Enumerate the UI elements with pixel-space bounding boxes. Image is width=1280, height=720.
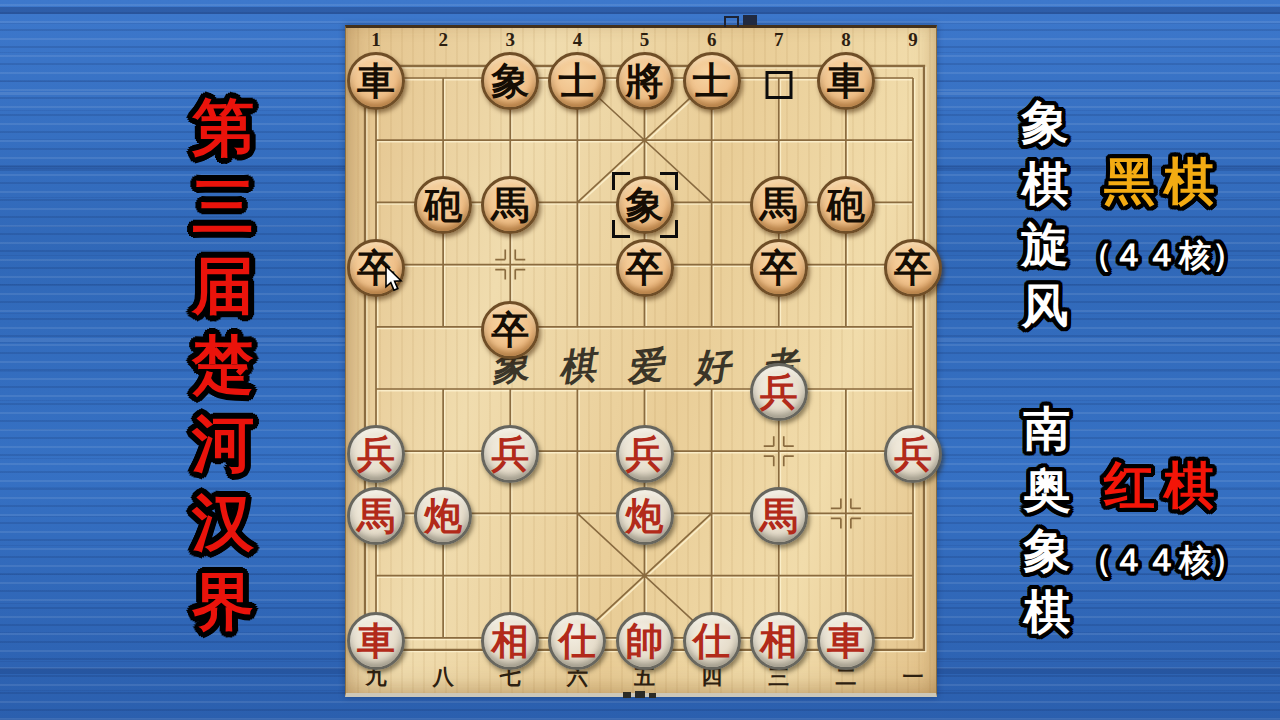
piece-red-elephant[interactable]: 相: [750, 612, 808, 670]
water-streak: [0, 7, 1280, 14]
file-label-top-2: 2: [438, 29, 448, 51]
file-label-top-8: 8: [841, 29, 851, 51]
vertical-text-char: 奥: [1024, 459, 1071, 520]
file-label-top-6: 6: [707, 29, 717, 51]
red-cores-label: （４４核）: [1080, 539, 1245, 583]
vertical-text-char: 象: [1024, 520, 1071, 581]
vertical-text-char: 风: [1022, 275, 1069, 336]
file-label-top-5: 5: [640, 29, 650, 51]
xiangqi-board: 象棋爱好者 123456789 九八七六五四三二一 車象士將士車砲馬象馬砲卒卒卒…: [345, 25, 937, 697]
piece-black-soldier[interactable]: 卒: [616, 239, 674, 297]
piece-black-general[interactable]: 將: [616, 52, 674, 110]
piece-glyph: 馬: [491, 186, 529, 224]
piece-glyph: 卒: [491, 311, 529, 349]
black-engine-name: 象棋旋风: [1016, 92, 1074, 336]
piece-glyph: 砲: [424, 186, 462, 224]
piece-glyph: 相: [491, 622, 529, 660]
piece-glyph: 象: [626, 186, 664, 224]
clipped-window-fragment: [649, 693, 656, 698]
piece-black-advisor[interactable]: 士: [548, 52, 606, 110]
river-watermark-char: 爱: [624, 340, 665, 393]
piece-glyph: 卒: [626, 249, 664, 287]
piece-glyph: 車: [357, 622, 395, 660]
piece-glyph: 仕: [693, 622, 731, 660]
piece-glyph: 卒: [760, 249, 798, 287]
piece-glyph: 士: [558, 62, 596, 100]
black-cores-label: （４４核）: [1080, 234, 1245, 278]
piece-glyph: 士: [693, 62, 731, 100]
vertical-text-char: 届: [192, 246, 254, 325]
file-label-bottom-9: 一: [903, 663, 924, 691]
vertical-text-char: 河: [192, 404, 254, 483]
piece-glyph: 兵: [626, 435, 664, 473]
file-label-bottom-2: 八: [433, 663, 454, 691]
move-origin-marker: [765, 71, 792, 99]
piece-red-horse[interactable]: 馬: [347, 487, 405, 545]
file-label-top-3: 3: [506, 29, 516, 51]
piece-glyph: 馬: [760, 186, 798, 224]
piece-glyph: 仕: [558, 622, 596, 660]
piece-red-soldier[interactable]: 兵: [750, 363, 808, 421]
vertical-text-char: 旋: [1022, 214, 1069, 275]
vertical-text-char: 象: [1022, 92, 1069, 153]
piece-glyph: 兵: [894, 435, 932, 473]
piece-glyph: 象: [491, 62, 529, 100]
vertical-text-char: 第: [192, 88, 254, 167]
vertical-text-char: 界: [192, 562, 254, 641]
piece-glyph: 帥: [626, 622, 664, 660]
piece-red-advisor[interactable]: 仕: [683, 612, 741, 670]
piece-red-soldier[interactable]: 兵: [884, 425, 942, 483]
piece-red-elephant[interactable]: 相: [481, 612, 539, 670]
vertical-text-char: 三: [192, 167, 254, 246]
vertical-text-char: 楚: [192, 325, 254, 404]
piece-red-soldier[interactable]: 兵: [481, 425, 539, 483]
piece-red-chariot[interactable]: 車: [347, 612, 405, 670]
piece-black-elephant[interactable]: 象: [616, 176, 674, 234]
clipped-window-fragment: [623, 692, 631, 698]
piece-black-cannon[interactable]: 砲: [817, 176, 875, 234]
river-watermark-char: 好: [691, 340, 732, 393]
piece-red-general[interactable]: 帥: [616, 612, 674, 670]
mouse-cursor: [384, 266, 403, 293]
piece-black-soldier[interactable]: 卒: [481, 301, 539, 359]
piece-black-chariot[interactable]: 車: [817, 52, 875, 110]
vertical-text-char: 棋: [1024, 581, 1071, 642]
black-side-label: 黑棋: [1104, 148, 1224, 217]
piece-red-soldier[interactable]: 兵: [616, 425, 674, 483]
file-label-top-9: 9: [908, 29, 918, 51]
piece-black-soldier[interactable]: 卒: [884, 239, 942, 297]
piece-red-advisor[interactable]: 仕: [548, 612, 606, 670]
piece-black-soldier[interactable]: 卒: [750, 239, 808, 297]
piece-red-cannon[interactable]: 炮: [414, 487, 472, 545]
piece-glyph: 炮: [626, 497, 664, 535]
red-side-label: 红棋: [1104, 452, 1224, 521]
file-label-top-4: 4: [573, 29, 583, 51]
piece-glyph: 相: [760, 622, 798, 660]
vertical-text-char: 汉: [192, 483, 254, 562]
event-title-banner: 第三届楚河汉界: [183, 88, 263, 641]
piece-red-horse[interactable]: 馬: [750, 487, 808, 545]
file-label-top-1: 1: [371, 29, 381, 51]
piece-red-soldier[interactable]: 兵: [347, 425, 405, 483]
piece-black-chariot[interactable]: 車: [347, 52, 405, 110]
piece-glyph: 車: [357, 62, 395, 100]
piece-glyph: 將: [626, 62, 664, 100]
piece-black-advisor[interactable]: 士: [683, 52, 741, 110]
piece-glyph: 馬: [760, 497, 798, 535]
piece-red-cannon[interactable]: 炮: [616, 487, 674, 545]
clipped-window-fragment: [743, 15, 757, 25]
piece-glyph: 兵: [357, 435, 395, 473]
vertical-text-char: 棋: [1022, 153, 1069, 214]
piece-black-horse[interactable]: 馬: [750, 176, 808, 234]
clipped-window-fragment: [724, 16, 739, 27]
piece-glyph: 馬: [357, 497, 395, 535]
piece-glyph: 兵: [760, 373, 798, 411]
piece-glyph: 兵: [491, 435, 529, 473]
piece-black-horse[interactable]: 馬: [481, 176, 539, 234]
file-label-top-7: 7: [774, 29, 784, 51]
piece-glyph: 車: [827, 62, 865, 100]
piece-red-chariot[interactable]: 車: [817, 612, 875, 670]
piece-glyph: 炮: [424, 497, 462, 535]
piece-glyph: 卒: [894, 249, 932, 287]
river-watermark-char: 棋: [557, 340, 598, 393]
vertical-text-char: 南: [1024, 398, 1071, 459]
piece-black-cannon[interactable]: 砲: [414, 176, 472, 234]
piece-black-elephant[interactable]: 象: [481, 52, 539, 110]
red-engine-name: 南奥象棋: [1018, 398, 1076, 642]
piece-glyph: 車: [827, 622, 865, 660]
clipped-window-fragment: [635, 691, 645, 698]
piece-glyph: 砲: [827, 186, 865, 224]
